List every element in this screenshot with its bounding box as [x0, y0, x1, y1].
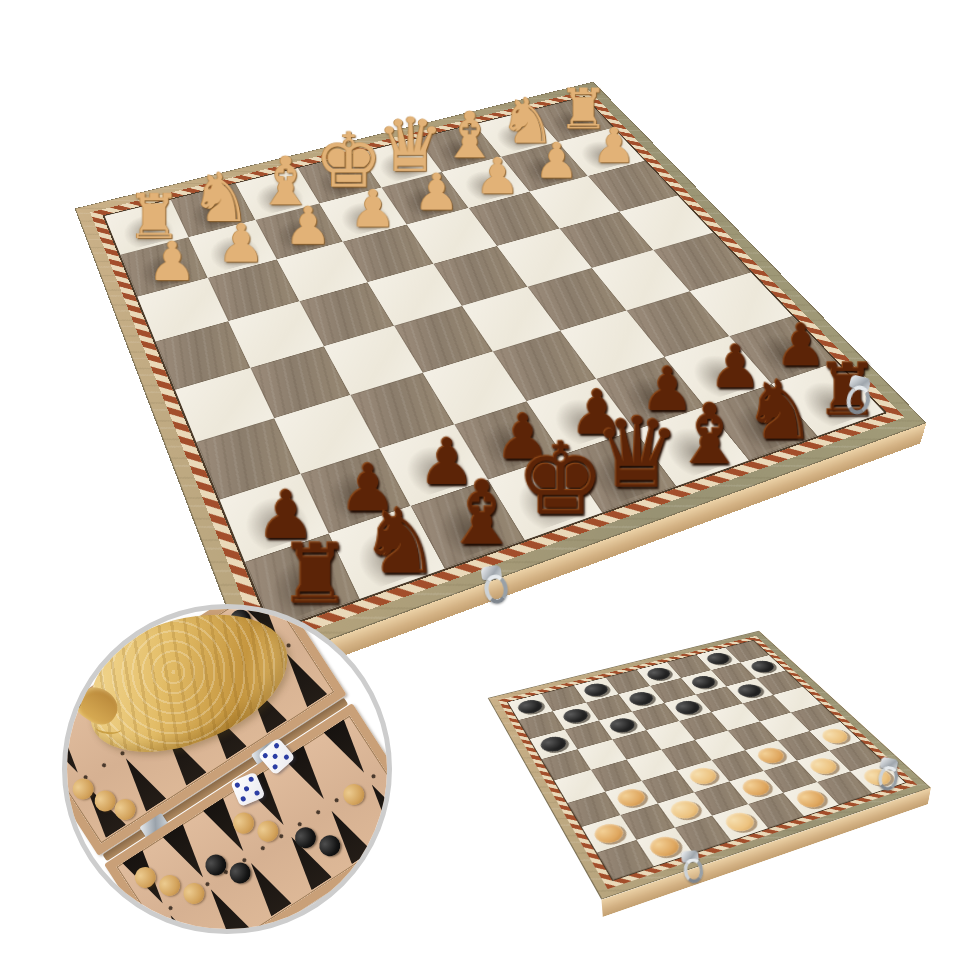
chess-piece-dark-knight[interactable]: ♞: [360, 500, 441, 583]
chess-piece-dark-bishop[interactable]: ♝: [673, 396, 748, 473]
checkers-square[interactable]: [582, 815, 637, 853]
checker-black[interactable]: [644, 666, 674, 682]
die-pip-icon: [261, 752, 268, 759]
checkers-square[interactable]: [658, 792, 712, 827]
die-pip-icon: [254, 790, 261, 797]
chess-piece-dark-queen[interactable]: ♛: [593, 409, 680, 499]
chess-piece-light-pawn[interactable]: ♟: [535, 138, 579, 183]
checkers-square[interactable]: [677, 760, 729, 792]
checker-black[interactable]: [537, 734, 569, 754]
checkers-square[interactable]: [627, 750, 678, 781]
checker-black[interactable]: [606, 716, 638, 735]
checker-tan[interactable]: [818, 726, 853, 746]
checkers-square[interactable]: [591, 760, 642, 792]
latch-clasp-checkers-bottom: [677, 850, 706, 885]
checkers-square[interactable]: [675, 816, 731, 854]
checkers-mosaic-border: [498, 636, 917, 889]
checkers-board-3d: [488, 631, 931, 900]
checkers-square[interactable]: [642, 770, 694, 803]
checkers-square[interactable]: [748, 793, 804, 828]
checker-tan[interactable]: [721, 810, 759, 835]
chess-piece-light-pawn[interactable]: ♟: [148, 237, 196, 287]
checkers-square[interactable]: [620, 804, 675, 840]
checkers-board-frame: [488, 631, 931, 900]
checker-black[interactable]: [703, 651, 733, 666]
chess-piece-light-pawn[interactable]: ♟: [414, 169, 459, 216]
die-pip-icon: [240, 796, 247, 803]
chess-piece-dark-rook[interactable]: ♜: [278, 537, 351, 612]
checker-black[interactable]: [560, 707, 591, 725]
checker-black[interactable]: [734, 682, 766, 699]
checker-tan[interactable]: [792, 787, 830, 810]
checker-black[interactable]: [581, 681, 611, 698]
checkers-square[interactable]: [745, 740, 797, 770]
checker-black[interactable]: [672, 699, 704, 717]
die-pip-icon: [272, 753, 279, 760]
checkers-square[interactable]: [797, 751, 850, 782]
chess-piece-light-pawn[interactable]: ♟: [593, 123, 636, 168]
checkers-square[interactable]: [554, 770, 605, 803]
latch-ring-icon: [683, 857, 705, 884]
checkers-square[interactable]: [597, 840, 654, 880]
chess-piece-light-pawn[interactable]: ♟: [475, 153, 520, 199]
checker-tan[interactable]: [805, 755, 841, 776]
checkers-square[interactable]: [729, 771, 783, 804]
chess-piece-light-pawn[interactable]: ♟: [285, 202, 332, 250]
checkers-square[interactable]: [764, 761, 818, 793]
backgammon-inset: [62, 604, 392, 934]
backgammon-point: [321, 717, 377, 780]
checkers-square[interactable]: [568, 792, 621, 827]
chess-piece-dark-knight[interactable]: ♞: [743, 372, 816, 447]
die-pip-icon: [273, 742, 280, 749]
chess-piece-light-pawn[interactable]: ♟: [350, 185, 396, 232]
checker-black[interactable]: [747, 659, 778, 675]
checker-black[interactable]: [626, 690, 657, 707]
checkers-square[interactable]: [712, 750, 764, 781]
checker-tan[interactable]: [590, 821, 627, 846]
checkers-square[interactable]: [605, 781, 658, 815]
checkers-square[interactable]: [661, 740, 711, 770]
checkers-square[interactable]: [783, 782, 839, 816]
chess-piece-dark-king[interactable]: ♚: [516, 434, 605, 525]
die-pip-icon: [244, 786, 251, 793]
checker-black[interactable]: [688, 674, 719, 691]
product-photo-canvas: ♜♞♝♚♛♝♞♜♟♟♟♟♟♟♟♟♟♟♟♟♟♟♟♟♜♞♝♚♛♝♞♜: [0, 0, 960, 960]
pouch-drawstring: [95, 721, 122, 735]
checker-tan[interactable]: [685, 765, 720, 787]
chess-piece-light-pawn[interactable]: ♟: [217, 219, 265, 268]
die-pip-icon: [248, 775, 255, 782]
die-pip-icon: [271, 764, 278, 771]
checkers-square[interactable]: [817, 771, 872, 804]
checkers-square[interactable]: [577, 740, 626, 770]
checkers-grid: [507, 640, 907, 881]
checker-tan[interactable]: [753, 745, 788, 766]
die-pip-icon: [234, 781, 241, 788]
checker-tan[interactable]: [613, 786, 649, 809]
checkers-square[interactable]: [712, 804, 768, 840]
die-pip-icon: [283, 753, 290, 760]
checker-tan[interactable]: [666, 798, 703, 822]
checker-tan[interactable]: [738, 776, 775, 799]
latch-clasp-chess-bottom: [476, 564, 511, 606]
latch-ring-icon: [483, 573, 510, 605]
chess-piece-dark-bishop[interactable]: ♝: [443, 472, 522, 553]
checkers-square[interactable]: [542, 749, 591, 780]
checkers-square[interactable]: [694, 781, 748, 815]
